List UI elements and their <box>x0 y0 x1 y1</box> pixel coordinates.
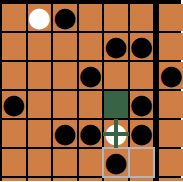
cell-r1c8[interactable] <box>159 4 183 31</box>
cell-r4c3[interactable] <box>79 91 103 118</box>
king-stone: ● <box>104 119 128 146</box>
defender-stone: ● <box>104 177 128 182</box>
cell-r4c5[interactable]: ● <box>130 91 154 118</box>
cell-r4c8[interactable] <box>159 91 183 118</box>
cell-r5c0[interactable] <box>2 120 26 147</box>
cell-r6c3[interactable] <box>79 149 103 176</box>
cell-r2c2[interactable] <box>53 33 77 60</box>
cell-r7c3[interactable] <box>79 178 103 181</box>
cell-r3c8[interactable]: ● <box>159 62 183 89</box>
cell-r5c1[interactable] <box>28 120 52 147</box>
attacker-stone: ● <box>104 32 128 59</box>
cell-r4c0[interactable]: ● <box>2 91 26 118</box>
cell-r2c5[interactable]: ● <box>130 33 154 60</box>
cell-r1c0[interactable] <box>2 4 26 31</box>
cell-r2c3[interactable] <box>79 33 103 60</box>
cell-r1c4[interactable] <box>104 4 128 31</box>
king-cross-horizontal-icon <box>103 132 129 136</box>
cell-r7c0[interactable] <box>2 178 26 181</box>
cell-r7c1[interactable] <box>28 178 52 181</box>
cell-r5c4[interactable]: ● <box>104 120 128 147</box>
cell-r6c1[interactable] <box>28 149 52 176</box>
throne-cell[interactable] <box>104 91 128 118</box>
cell-r1c3[interactable] <box>79 4 103 31</box>
cell-r1c2[interactable]: ● <box>53 4 77 31</box>
attacker-stone: ● <box>2 90 26 117</box>
cell-r6c0[interactable] <box>2 149 26 176</box>
cell-r6c2[interactable] <box>53 149 77 176</box>
cell-r3c5[interactable] <box>130 62 154 89</box>
cell-r3c0[interactable] <box>2 62 26 89</box>
defender-stone: ● <box>28 3 52 30</box>
cell-r7c5[interactable] <box>130 178 154 181</box>
cell-r3c2[interactable] <box>53 62 77 89</box>
cell-r7c2[interactable] <box>53 178 77 181</box>
cell-r2c4[interactable]: ● <box>104 33 128 60</box>
cell-r5c2[interactable]: ● <box>53 120 77 147</box>
cell-r6c8[interactable] <box>159 149 183 176</box>
attacker-stone: ● <box>130 90 154 117</box>
cell-r2c8[interactable] <box>159 33 183 60</box>
cell-r3c3[interactable]: ● <box>79 62 103 89</box>
attacker-stone: ● <box>79 119 103 146</box>
attacker-stone: ● <box>130 119 154 146</box>
cell-r5c8[interactable] <box>159 120 183 147</box>
cell-r7c8[interactable] <box>159 178 183 181</box>
cell-r5c3[interactable]: ● <box>79 120 103 147</box>
attacker-stone: ● <box>104 148 128 175</box>
cell-r1c1[interactable]: ● <box>28 4 52 31</box>
attacker-stone: ● <box>79 61 103 88</box>
cell-r3c4[interactable] <box>104 62 128 89</box>
attacker-stone: ● <box>159 61 183 88</box>
cell-r3c1[interactable] <box>28 62 52 89</box>
cell-r1c5[interactable] <box>130 4 154 31</box>
cell-r6c4[interactable]: ● <box>104 149 128 176</box>
cell-r4c2[interactable] <box>53 91 77 118</box>
tablut-board: ●●●●●●●●●●●●●● <box>0 0 181 181</box>
king-cross-vertical-icon <box>114 119 118 148</box>
cell-r7c4[interactable]: ● <box>104 178 128 181</box>
cell-r5c5[interactable]: ● <box>130 120 154 147</box>
attacker-stone: ● <box>53 3 77 30</box>
cell-r2c0[interactable] <box>2 33 26 60</box>
cell-r2c1[interactable] <box>28 33 52 60</box>
cell-r4c1[interactable] <box>28 91 52 118</box>
cell-r6c5[interactable] <box>130 149 154 176</box>
attacker-stone: ● <box>53 119 77 146</box>
attacker-stone: ● <box>130 32 154 59</box>
